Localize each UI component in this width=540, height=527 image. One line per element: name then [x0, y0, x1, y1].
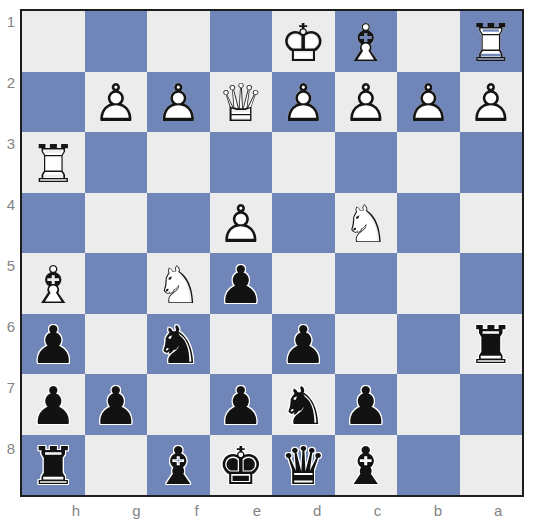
- square-d1[interactable]: ♚♔: [272, 11, 335, 72]
- rank-label-3: 3: [0, 136, 15, 151]
- square-c6[interactable]: [335, 314, 398, 375]
- square-b6[interactable]: [397, 314, 460, 375]
- square-g7[interactable]: ♟: [85, 374, 148, 435]
- white-pawn-icon: ♟♙: [405, 74, 452, 129]
- white-rook-icon: ♜♖: [30, 135, 77, 190]
- black-pawn-icon: ♟: [280, 316, 327, 371]
- square-b2[interactable]: ♟♙: [397, 72, 460, 133]
- square-d3[interactable]: [272, 132, 335, 193]
- white-pawn-icon: ♟♙: [92, 74, 139, 129]
- square-g4[interactable]: [85, 193, 148, 254]
- white-piece-outline: ♘: [155, 259, 202, 311]
- white-pawn-icon: ♟♙: [217, 195, 264, 250]
- square-f7[interactable]: [147, 374, 210, 435]
- square-a4[interactable]: [460, 193, 523, 254]
- square-g6[interactable]: [85, 314, 148, 375]
- rank-label-7: 7: [0, 380, 15, 395]
- square-b3[interactable]: [397, 132, 460, 193]
- rank-label-5: 5: [0, 258, 15, 273]
- square-h2[interactable]: [22, 72, 85, 133]
- white-bishop-icon: ♝♗: [342, 14, 389, 69]
- file-label-d: d: [286, 503, 348, 518]
- square-d8[interactable]: ♛: [272, 435, 335, 496]
- square-d5[interactable]: [272, 253, 335, 314]
- white-piece-outline: ♙: [405, 77, 452, 129]
- white-piece-outline: ♙: [92, 77, 139, 129]
- square-b7[interactable]: [397, 374, 460, 435]
- square-b8[interactable]: [397, 435, 460, 496]
- black-pawn-icon: ♟: [217, 377, 264, 432]
- square-h8[interactable]: ♜: [22, 435, 85, 496]
- square-a5[interactable]: [460, 253, 523, 314]
- square-a6[interactable]: ♜: [460, 314, 523, 375]
- square-f5[interactable]: ♞♘: [147, 253, 210, 314]
- white-piece-outline: ♙: [342, 77, 389, 129]
- white-pawn-icon: ♟♙: [280, 74, 327, 129]
- white-piece-outline: ♕: [217, 77, 264, 129]
- white-piece-outline: ♗: [30, 259, 77, 311]
- square-e1[interactable]: [210, 11, 273, 72]
- white-rook-icon: ♜♖: [467, 14, 514, 69]
- black-queen-icon: ♛: [280, 437, 327, 492]
- square-h3[interactable]: ♜♖: [22, 132, 85, 193]
- square-g5[interactable]: [85, 253, 148, 314]
- square-f2[interactable]: ♟♙: [147, 72, 210, 133]
- square-d2[interactable]: ♟♙: [272, 72, 335, 133]
- black-pawn-icon: ♟: [30, 316, 77, 371]
- black-rook-icon: ♜: [467, 316, 514, 371]
- square-c4[interactable]: ♞♘: [335, 193, 398, 254]
- rank-label-8: 8: [0, 441, 15, 456]
- white-piece-outline: ♙: [467, 77, 514, 129]
- square-e8[interactable]: ♚: [210, 435, 273, 496]
- black-pawn-icon: ♟: [92, 377, 139, 432]
- file-label-g: g: [105, 503, 167, 518]
- square-g8[interactable]: [85, 435, 148, 496]
- rank-label-4: 4: [0, 197, 15, 212]
- white-piece-outline: ♘: [342, 198, 389, 250]
- square-c2[interactable]: ♟♙: [335, 72, 398, 133]
- square-c7[interactable]: ♟: [335, 374, 398, 435]
- square-d7[interactable]: ♞: [272, 374, 335, 435]
- rank-label-6: 6: [0, 319, 15, 334]
- white-piece-outline: ♗: [342, 17, 389, 69]
- square-d4[interactable]: [272, 193, 335, 254]
- square-a3[interactable]: [460, 132, 523, 193]
- black-bishop-icon: ♝: [155, 437, 202, 492]
- black-pawn-icon: ♟: [30, 377, 77, 432]
- black-knight-icon: ♞: [280, 377, 327, 432]
- chess-board: ♚♔♝♗♜♖♟♙♟♙♛♕♟♙♟♙♟♙♟♙♜♖♟♙♞♘♝♗♞♘♟♟♞♟♜♟♟♟♞♟…: [20, 9, 524, 497]
- file-label-e: e: [226, 503, 288, 518]
- black-bishop-icon: ♝: [342, 437, 389, 492]
- square-g2[interactable]: ♟♙: [85, 72, 148, 133]
- square-a8[interactable]: [460, 435, 523, 496]
- white-piece-outline: ♖: [30, 138, 77, 190]
- square-b5[interactable]: [397, 253, 460, 314]
- square-h1[interactable]: [22, 11, 85, 72]
- square-e6[interactable]: [210, 314, 273, 375]
- square-d6[interactable]: ♟: [272, 314, 335, 375]
- square-a2[interactable]: ♟♙: [460, 72, 523, 133]
- white-piece-outline: ♔: [280, 17, 327, 69]
- white-piece-outline: ♙: [155, 77, 202, 129]
- square-h6[interactable]: ♟: [22, 314, 85, 375]
- square-g1[interactable]: [85, 11, 148, 72]
- white-knight-icon: ♞♘: [342, 195, 389, 250]
- file-label-f: f: [166, 503, 228, 518]
- white-queen-icon: ♛♕: [217, 74, 264, 129]
- black-pawn-icon: ♟: [342, 377, 389, 432]
- chess-diagram: 12345678 ♚♔♝♗♜♖♟♙♟♙♛♕♟♙♟♙♟♙♟♙♜♖♟♙♞♘♝♗♞♘♟…: [0, 0, 540, 527]
- square-f8[interactable]: ♝: [147, 435, 210, 496]
- square-b4[interactable]: [397, 193, 460, 254]
- square-h7[interactable]: ♟: [22, 374, 85, 435]
- black-knight-icon: ♞: [155, 316, 202, 371]
- square-h5[interactable]: ♝♗: [22, 253, 85, 314]
- file-label-h: h: [45, 503, 107, 518]
- square-e4[interactable]: ♟♙: [210, 193, 273, 254]
- square-f6[interactable]: ♞: [147, 314, 210, 375]
- square-g3[interactable]: [85, 132, 148, 193]
- square-f1[interactable]: [147, 11, 210, 72]
- white-pawn-icon: ♟♙: [342, 74, 389, 129]
- square-b1[interactable]: [397, 11, 460, 72]
- square-c5[interactable]: [335, 253, 398, 314]
- white-knight-icon: ♞♘: [155, 256, 202, 311]
- square-e3[interactable]: [210, 132, 273, 193]
- square-f3[interactable]: [147, 132, 210, 193]
- black-pawn-icon: ♟: [217, 256, 264, 311]
- square-a1[interactable]: ♜♖: [460, 11, 523, 72]
- white-piece-outline: ♖: [467, 17, 514, 69]
- rank-label-1: 1: [0, 14, 15, 29]
- square-h4[interactable]: [22, 193, 85, 254]
- rank-label-2: 2: [0, 75, 15, 90]
- square-c3[interactable]: [335, 132, 398, 193]
- black-rook-icon: ♜: [30, 437, 77, 492]
- white-pawn-icon: ♟♙: [155, 74, 202, 129]
- square-c1[interactable]: ♝♗: [335, 11, 398, 72]
- square-c8[interactable]: ♝: [335, 435, 398, 496]
- square-e5[interactable]: ♟: [210, 253, 273, 314]
- black-king-icon: ♚: [217, 437, 264, 492]
- white-pawn-icon: ♟♙: [467, 74, 514, 129]
- white-king-icon: ♚♔: [280, 14, 327, 69]
- file-label-b: b: [407, 503, 469, 518]
- white-bishop-icon: ♝♗: [30, 256, 77, 311]
- white-piece-outline: ♙: [217, 198, 264, 250]
- file-label-c: c: [347, 503, 409, 518]
- file-label-a: a: [467, 503, 529, 518]
- square-e2[interactable]: ♛♕: [210, 72, 273, 133]
- square-f4[interactable]: [147, 193, 210, 254]
- square-e7[interactable]: ♟: [210, 374, 273, 435]
- square-a7[interactable]: [460, 374, 523, 435]
- white-piece-outline: ♙: [280, 77, 327, 129]
